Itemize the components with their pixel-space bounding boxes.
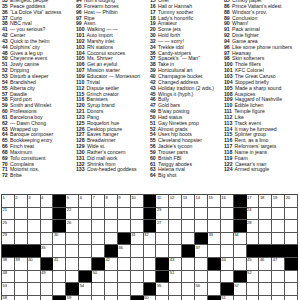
grid-cell[interactable]: [182, 271, 195, 284]
cell-number: 26: [67, 220, 71, 225]
black-cell: [195, 233, 208, 246]
grid-cell[interactable]: [105, 283, 118, 296]
cell-number: 14: [196, 195, 200, 200]
grid-cell[interactable]: 37: [195, 245, 208, 258]
grid-cell[interactable]: [208, 208, 221, 221]
grid-cell[interactable]: [156, 233, 169, 246]
grid-cell[interactable]: 47: [272, 258, 285, 271]
black-cell: [53, 208, 66, 221]
grid-cell[interactable]: [15, 296, 28, 300]
grid-cell[interactable]: 24: [247, 208, 260, 221]
grid-cell[interactable]: 49: [41, 271, 54, 284]
cell-number: 19: [273, 195, 277, 200]
grid-cell[interactable]: [53, 283, 66, 296]
grid-cell[interactable]: [28, 233, 41, 246]
grid-cell[interactable]: 58: [2, 296, 15, 300]
grid-cell[interactable]: [53, 271, 66, 284]
grid-cell[interactable]: 21: [2, 208, 15, 221]
cell-number: 60: [144, 295, 148, 300]
grid-cell[interactable]: [169, 245, 182, 258]
cell-number: 24: [247, 207, 251, 212]
clue-number: 50: [150, 114, 157, 120]
grid-cell[interactable]: [285, 296, 298, 300]
grid-cell[interactable]: 20: [285, 195, 298, 208]
cell-number: 2: [15, 195, 17, 200]
grid-cell[interactable]: 18: [259, 195, 272, 208]
grid-cell[interactable]: 17: [247, 195, 260, 208]
grid-cell[interactable]: [28, 283, 41, 296]
grid-cell[interactable]: [182, 208, 195, 221]
grid-cell[interactable]: 59: [66, 296, 79, 300]
grid-cell[interactable]: 25: [2, 220, 15, 233]
grid-cell[interactable]: [118, 258, 131, 271]
grid-cell[interactable]: [285, 283, 298, 296]
black-cell: [53, 220, 66, 233]
clue: 64 Big shot: [150, 173, 222, 179]
clue-number: 103: [76, 44, 86, 50]
grid-cell[interactable]: [66, 245, 79, 258]
clue-text: Big shot: [157, 172, 177, 178]
black-cell: [66, 283, 79, 296]
grid-cell[interactable]: [182, 233, 195, 246]
clue-number: 112: [76, 85, 85, 91]
cell-number: 21: [3, 207, 7, 212]
cell-number: 29: [3, 232, 7, 237]
clue: 72 Bribe: [2, 173, 74, 179]
black-cell: [285, 258, 298, 271]
grid-cell[interactable]: [144, 271, 157, 284]
clue-number: 110: [76, 79, 85, 85]
grid-cell[interactable]: 50: [92, 271, 105, 284]
grid-cell[interactable]: [259, 208, 272, 221]
grid-cell[interactable]: [105, 233, 118, 246]
black-cell: [144, 195, 157, 208]
cell-number: 31: [131, 232, 135, 237]
grid-cell[interactable]: 30: [53, 233, 66, 246]
grid-cell[interactable]: [221, 271, 234, 284]
grid-cell[interactable]: 54: [79, 283, 92, 296]
grid-cell[interactable]: [66, 271, 79, 284]
grid-cell[interactable]: 4: [41, 195, 54, 208]
grid-cell[interactable]: [105, 271, 118, 284]
grid-cell[interactable]: [169, 283, 182, 296]
grid-cell[interactable]: [182, 283, 195, 296]
grid-cell[interactable]: [144, 245, 157, 258]
clue-number: 44: [2, 44, 9, 50]
clue-text: Armed struggle: [234, 166, 270, 172]
clue-number: 88: [224, 9, 231, 15]
crossword-grid: 1234567891011121314151617181920212223242…: [1, 194, 298, 300]
grid-cell[interactable]: [15, 220, 28, 233]
grid-cell[interactable]: 60: [144, 296, 157, 300]
cell-number: 61: [221, 295, 225, 300]
cell-number: 40: [28, 257, 32, 262]
grid-cell[interactable]: [131, 220, 144, 233]
grid-cell[interactable]: 35: [41, 245, 54, 258]
cell-number: 42: [105, 257, 109, 262]
clue-number: 96: [76, 9, 83, 15]
black-cell: [259, 245, 272, 258]
black-cell: [234, 208, 247, 221]
grid-cell[interactable]: [41, 208, 54, 221]
grid-cell[interactable]: [285, 233, 298, 246]
grid-cell[interactable]: [195, 208, 208, 221]
grid-cell[interactable]: [259, 271, 272, 284]
black-cell: [92, 258, 105, 271]
grid-cell[interactable]: [15, 283, 28, 296]
black-cell: [144, 283, 157, 296]
grid-cell[interactable]: [169, 296, 182, 300]
cell-number: 5: [67, 195, 69, 200]
grid-cell[interactable]: [79, 258, 92, 271]
cell-number: 10: [131, 195, 135, 200]
grid-cell[interactable]: 2: [15, 195, 28, 208]
grid-cell[interactable]: 11: [156, 195, 169, 208]
clue-number: 69: [2, 155, 9, 161]
grid-cell[interactable]: [208, 220, 221, 233]
clue-number: 119: [224, 155, 233, 161]
clue: 133 Cow-headed goddess: [76, 167, 148, 173]
cell-number: 39: [15, 257, 19, 262]
clue-column-4: 85 Crinkly paper86 Prince Valiant’s elde…: [222, 0, 296, 192]
clue-number: 34: [150, 44, 157, 50]
black-cell: [247, 245, 260, 258]
black-cell: [28, 245, 41, 258]
grid-cell[interactable]: [131, 271, 144, 284]
grid-cell[interactable]: [118, 208, 131, 221]
grid-cell[interactable]: [131, 283, 144, 296]
grid-cell[interactable]: 31: [131, 233, 144, 246]
grid-cell[interactable]: 61: [221, 296, 234, 300]
black-cell: [53, 296, 66, 300]
clue-number: 72: [2, 172, 9, 178]
grid-cell[interactable]: [28, 296, 41, 300]
grid-cell[interactable]: [169, 208, 182, 221]
cell-number: 44: [221, 257, 225, 262]
grid-cell[interactable]: [272, 220, 285, 233]
clue-column-1: 33 Energetic people35 Peace goddess36 “L…: [0, 0, 74, 192]
grid-cell[interactable]: 55: [156, 283, 169, 296]
grid-cell[interactable]: 52: [247, 271, 260, 284]
grid-cell[interactable]: [79, 296, 92, 300]
clue-number: 131: [76, 155, 86, 161]
grid-cell[interactable]: 33: [208, 233, 221, 246]
grid-cell[interactable]: [118, 220, 131, 233]
grid-cell[interactable]: 57: [234, 283, 247, 296]
black-cell: [105, 245, 118, 258]
cell-number: 9: [118, 195, 120, 200]
clue-number: 17: [150, 9, 157, 15]
grid-cell[interactable]: 51: [169, 271, 182, 284]
cell-number: 3: [28, 195, 30, 200]
cell-number: 15: [208, 195, 212, 200]
grid-cell[interactable]: [259, 283, 272, 296]
grid-cell[interactable]: [118, 296, 131, 300]
grid-cell[interactable]: 53: [2, 283, 15, 296]
clue-number: 125: [76, 120, 86, 126]
grid-cell[interactable]: 5: [66, 195, 79, 208]
cell-number: 37: [196, 245, 200, 250]
grid-cell[interactable]: [285, 220, 298, 233]
grid-cell[interactable]: 44: [221, 258, 234, 271]
black-cell: [131, 296, 144, 300]
grid-cell[interactable]: [131, 245, 144, 258]
cell-number: 35: [41, 245, 45, 250]
grid-cell[interactable]: [195, 296, 208, 300]
grid-cell[interactable]: [156, 296, 169, 300]
grid-cell[interactable]: [92, 283, 105, 296]
black-cell: [144, 220, 157, 233]
cell-number: 8: [105, 195, 107, 200]
cell-number: 1: [3, 195, 5, 200]
grid-cell[interactable]: [79, 233, 92, 246]
clue-number: 61: [2, 114, 9, 120]
clue-number: 64: [150, 172, 157, 178]
grid-cell[interactable]: [41, 283, 54, 296]
grid-cell[interactable]: [208, 283, 221, 296]
grid-cell[interactable]: 27: [156, 220, 169, 233]
grid-cell[interactable]: [272, 233, 285, 246]
cell-number: 48: [3, 270, 7, 275]
grid-cell[interactable]: [221, 233, 234, 246]
grid-cell[interactable]: [66, 258, 79, 271]
grid-cell[interactable]: 9: [118, 195, 131, 208]
grid-cell[interactable]: [234, 258, 247, 271]
cell-number: 12: [170, 195, 174, 200]
grid-cell[interactable]: 19: [272, 195, 285, 208]
black-cell: [285, 245, 298, 258]
grid-cell[interactable]: [92, 220, 105, 233]
cell-number: 34: [234, 232, 238, 237]
cell-number: 52: [247, 270, 251, 275]
grid-cell[interactable]: [105, 296, 118, 300]
cell-number: 49: [41, 270, 45, 275]
grid-cell[interactable]: [259, 233, 272, 246]
grid-cell[interactable]: [221, 220, 234, 233]
clue: 124 Armed struggle: [224, 167, 296, 173]
grid-cell[interactable]: 29: [2, 233, 15, 246]
cell-number: 28: [247, 220, 251, 225]
clue-number: 94: [224, 38, 231, 44]
grid-cell[interactable]: [15, 271, 28, 284]
grid-cell[interactable]: [118, 283, 131, 296]
grid-cell[interactable]: 10: [131, 195, 144, 208]
clue-number: 43: [150, 85, 157, 91]
grid-cell[interactable]: [105, 208, 118, 221]
grid-cell[interactable]: [28, 208, 41, 221]
grid-cell[interactable]: [247, 233, 260, 246]
clue-number: 86: [224, 3, 231, 9]
grid-cell[interactable]: 43: [169, 258, 182, 271]
black-cell: [79, 271, 92, 284]
grid-cell[interactable]: 42: [105, 258, 118, 271]
grid-cell[interactable]: [247, 296, 260, 300]
cell-number: 46: [260, 257, 264, 262]
grid-cell[interactable]: 22: [66, 208, 79, 221]
cell-number: 33: [208, 232, 212, 237]
grid-cell[interactable]: 8: [105, 195, 118, 208]
cell-number: 53: [3, 283, 7, 288]
grid-cell[interactable]: [92, 296, 105, 300]
cell-number: 6: [80, 195, 82, 200]
black-cell: [156, 258, 169, 271]
grid-cell[interactable]: [259, 296, 272, 300]
grid-cell[interactable]: 56: [195, 283, 208, 296]
cell-number: 41: [54, 257, 58, 262]
cell-number: 58: [3, 295, 7, 300]
grid-cell[interactable]: 15: [208, 195, 221, 208]
grid-cell[interactable]: [15, 233, 28, 246]
grid-cell[interactable]: [105, 220, 118, 233]
grid-cell[interactable]: [28, 220, 41, 233]
cell-number: 47: [273, 257, 277, 262]
clue-number: 32: [150, 38, 157, 44]
clue-number: 36: [2, 9, 9, 15]
grid-cell[interactable]: [169, 220, 182, 233]
grid-cell[interactable]: 6: [79, 195, 92, 208]
grid-cell[interactable]: 38: [2, 258, 15, 271]
clue-number: 54: [2, 79, 9, 85]
black-cell: [208, 258, 221, 271]
cell-number: 27: [157, 220, 161, 225]
clue-number: 96: [224, 44, 231, 50]
grid-cell[interactable]: 1: [2, 195, 15, 208]
grid-cell[interactable]: 3: [28, 195, 41, 208]
grid-cell[interactable]: 28: [247, 220, 260, 233]
cell-number: 13: [183, 195, 187, 200]
black-cell: [53, 195, 66, 208]
grid-cell[interactable]: [247, 283, 260, 296]
grid-cell[interactable]: [208, 271, 221, 284]
cell-number: 25: [3, 220, 7, 225]
grid-cell[interactable]: 16: [221, 195, 234, 208]
grid-cell[interactable]: [195, 220, 208, 233]
cell-number: 11: [157, 195, 161, 200]
grid-cell[interactable]: 40: [28, 258, 41, 271]
grid-cell[interactable]: [66, 233, 79, 246]
grid-cell[interactable]: 36: [118, 245, 131, 258]
clue-number: 124: [224, 166, 234, 172]
cell-number: 20: [286, 195, 290, 200]
grid-cell[interactable]: 46: [259, 258, 272, 271]
clue-number: 51: [150, 120, 157, 126]
grid-cell[interactable]: [79, 245, 92, 258]
grid-cell[interactable]: [195, 258, 208, 271]
clue-number: 43: [2, 38, 9, 44]
clue-number: 105: [224, 85, 234, 91]
cell-number: 23: [157, 207, 161, 212]
grid-cell[interactable]: [79, 208, 92, 221]
grid-cell[interactable]: [41, 296, 54, 300]
grid-cell[interactable]: [92, 233, 105, 246]
grid-cell[interactable]: [28, 271, 41, 284]
grid-cell[interactable]: [92, 245, 105, 258]
cell-number: 30: [54, 232, 58, 237]
grid-cell[interactable]: 45: [247, 258, 260, 271]
black-cell: [144, 208, 157, 221]
clue-area: 33 Energetic people35 Peace goddess36 “L…: [0, 0, 300, 192]
grid-cell[interactable]: [92, 208, 105, 221]
grid-cell[interactable]: [15, 208, 28, 221]
cell-number: 54: [80, 283, 84, 288]
grid-cell[interactable]: 39: [15, 258, 28, 271]
black-cell: [272, 245, 285, 258]
cell-number: 43: [170, 257, 174, 262]
clue-number: 113: [224, 120, 233, 126]
grid-cell[interactable]: [118, 271, 131, 284]
grid-cell[interactable]: [234, 296, 247, 300]
grid-cell[interactable]: [156, 245, 169, 258]
grid-cell[interactable]: [53, 245, 66, 258]
grid-cell[interactable]: 26: [66, 220, 79, 233]
black-cell: [234, 271, 247, 284]
grid-cell[interactable]: [234, 245, 247, 258]
clue-number: 104: [224, 79, 234, 85]
grid-cell[interactable]: 12: [169, 195, 182, 208]
grid-cell[interactable]: [272, 283, 285, 296]
grid-cell[interactable]: [41, 233, 54, 246]
grid-cell[interactable]: 23: [156, 208, 169, 221]
grid-cell[interactable]: [221, 208, 234, 221]
clue-number: 60: [150, 155, 157, 161]
clue-column-3: 15 Offer16 Hall or Hannah17 Tummy soothe…: [148, 0, 222, 192]
grid-cell[interactable]: 32: [144, 233, 157, 246]
grid-cell[interactable]: [272, 271, 285, 284]
black-cell: [15, 245, 28, 258]
grid-cell[interactable]: [41, 220, 54, 233]
grid-cell[interactable]: [195, 271, 208, 284]
clue-number: 95: [76, 3, 83, 9]
grid-cell[interactable]: [144, 258, 157, 271]
grid-cell[interactable]: 7: [92, 195, 105, 208]
grid-cell[interactable]: [259, 220, 272, 233]
grid-cell[interactable]: [221, 245, 234, 258]
cell-number: 45: [247, 257, 251, 262]
cell-number: 38: [3, 257, 7, 262]
clue-text: Cow-headed goddess: [86, 166, 137, 172]
grid-cell[interactable]: 48: [2, 271, 15, 284]
grid-cell[interactable]: [131, 208, 144, 221]
grid-cell[interactable]: [208, 245, 221, 258]
cell-number: 7: [93, 195, 95, 200]
grid-cell[interactable]: [131, 258, 144, 271]
grid-cell[interactable]: [182, 296, 195, 300]
grid-cell[interactable]: [182, 258, 195, 271]
grid-cell[interactable]: [182, 220, 195, 233]
grid-cell[interactable]: [169, 233, 182, 246]
cell-number: 36: [118, 245, 122, 250]
clue-text: Bribe: [9, 172, 22, 178]
clue-number: 42: [150, 79, 157, 85]
black-cell: [234, 195, 247, 208]
grid-cell[interactable]: 41: [53, 258, 66, 271]
grid-cell[interactable]: 34: [234, 233, 247, 246]
clue-number: 112: [224, 114, 233, 120]
cell-number: 55: [157, 283, 161, 288]
grid-cell[interactable]: [285, 271, 298, 284]
clue-number: 16: [150, 3, 157, 9]
grid-cell[interactable]: [272, 296, 285, 300]
grid-cell[interactable]: [285, 208, 298, 221]
grid-cell[interactable]: 14: [195, 195, 208, 208]
black-cell: [2, 245, 15, 258]
grid-cell[interactable]: 13: [182, 195, 195, 208]
black-cell: [118, 233, 131, 246]
grid-cell[interactable]: [272, 208, 285, 221]
clue-number: 133: [76, 166, 86, 172]
grid-cell[interactable]: [79, 220, 92, 233]
black-cell: [182, 245, 195, 258]
